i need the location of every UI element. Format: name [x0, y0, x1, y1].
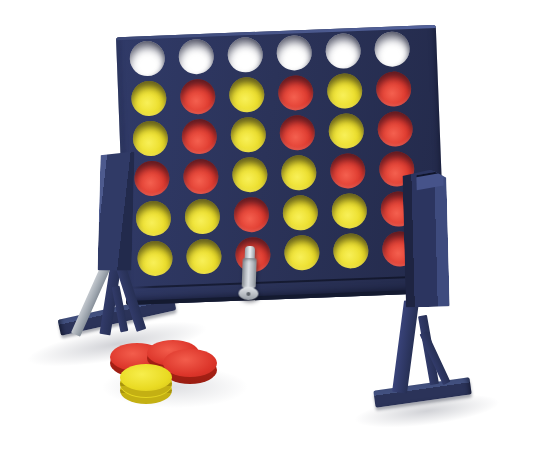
empty-hole	[129, 40, 165, 76]
yellow-disc	[230, 116, 266, 152]
release-latch[interactable]	[234, 246, 264, 311]
board-grid	[122, 28, 425, 279]
red-disc	[377, 110, 413, 146]
connect-four-photo	[0, 0, 551, 475]
red-disc	[183, 158, 219, 194]
right-side-rail	[402, 169, 450, 307]
board-cell-r6c4[interactable]	[277, 231, 327, 273]
red-disc	[180, 78, 216, 114]
empty-hole	[276, 34, 312, 70]
red-disc	[278, 74, 314, 110]
yellow-disc	[282, 194, 318, 230]
board-cell-r1c3[interactable]	[220, 33, 270, 75]
latch-lever	[242, 258, 257, 288]
board-cell-r3c6[interactable]	[370, 108, 420, 150]
board-cell-r5c5[interactable]	[324, 189, 374, 231]
yellow-disc	[132, 120, 168, 156]
board-cell-r4c5[interactable]	[323, 150, 373, 192]
empty-hole	[178, 38, 214, 74]
yellow-disc	[281, 154, 317, 190]
board-cell-r5c2[interactable]	[177, 195, 227, 237]
empty-hole	[227, 36, 263, 72]
board-cell-r3c2[interactable]	[174, 115, 224, 157]
red-disc	[233, 196, 269, 232]
board-cell-r1c2[interactable]	[171, 35, 221, 77]
loose-disc-yellow[interactable]	[120, 364, 172, 397]
yellow-disc	[232, 156, 268, 192]
yellow-disc	[331, 192, 367, 228]
latch-base-plate	[238, 287, 258, 301]
yellow-disc	[284, 234, 320, 270]
board-cell-r1c6[interactable]	[367, 28, 417, 70]
board-cell-r2c6[interactable]	[368, 68, 418, 110]
board-cell-r6c1[interactable]	[130, 237, 180, 279]
board-cell-r3c4[interactable]	[272, 111, 322, 153]
board-cell-r5c3[interactable]	[226, 193, 276, 235]
board-cell-r4c2[interactable]	[176, 155, 226, 197]
board-cell-r2c5[interactable]	[319, 70, 369, 112]
board-cell-r4c3[interactable]	[225, 153, 275, 195]
disc-top-face	[120, 364, 172, 391]
yellow-disc	[135, 200, 171, 236]
board-cell-r5c1[interactable]	[128, 197, 178, 239]
board-cell-r1c1[interactable]	[122, 37, 172, 79]
board-cell-r5c4[interactable]	[275, 191, 325, 233]
board-cell-r2c1[interactable]	[124, 77, 174, 119]
board-cell-r3c3[interactable]	[223, 113, 273, 155]
board-cell-r2c3[interactable]	[222, 73, 272, 115]
yellow-disc	[186, 238, 222, 274]
empty-hole	[325, 32, 361, 68]
board-cell-r1c4[interactable]	[269, 31, 319, 73]
red-disc	[375, 70, 411, 106]
yellow-disc	[229, 76, 265, 112]
board-cell-r4c4[interactable]	[274, 151, 324, 193]
yellow-disc	[333, 232, 369, 268]
red-disc	[330, 152, 366, 188]
latch-screw	[246, 291, 250, 295]
yellow-disc	[184, 198, 220, 234]
red-disc	[134, 160, 170, 196]
yellow-disc	[137, 240, 173, 276]
board-cell-r6c5[interactable]	[326, 229, 376, 271]
empty-hole	[374, 30, 410, 66]
red-disc	[279, 114, 315, 150]
board-cell-r2c2[interactable]	[173, 75, 223, 117]
right-leg-post	[392, 300, 419, 393]
left-side-rail	[97, 151, 134, 272]
yellow-disc	[328, 112, 364, 148]
board-cell-r1c5[interactable]	[318, 30, 368, 72]
red-disc	[181, 118, 217, 154]
board-cell-r3c5[interactable]	[321, 110, 371, 152]
yellow-disc	[131, 80, 167, 116]
board-cell-r2c4[interactable]	[270, 71, 320, 113]
yellow-disc	[327, 72, 363, 108]
game-board	[116, 25, 446, 305]
board-cell-r6c2[interactable]	[179, 235, 229, 277]
